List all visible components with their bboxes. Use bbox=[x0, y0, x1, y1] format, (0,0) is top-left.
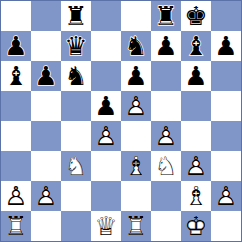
white-knight: ♞ bbox=[61, 151, 91, 181]
white-knight-outline: ♘ bbox=[151, 151, 181, 181]
black-bishop-halo: ♝ bbox=[181, 31, 211, 61]
black-rook-halo: ♜ bbox=[151, 1, 181, 31]
black-knight-halo: ♞ bbox=[121, 31, 151, 61]
square-f3[interactable]: ♞♘ bbox=[151, 151, 181, 181]
square-e6[interactable]: ♟♟ bbox=[121, 61, 151, 91]
chess-board: ♜♜♜♜♚♚♟♟♛♛♞♞♟♟♝♝♟♟♝♝♟♟♞♞♟♟♟♟♟♟♟♙♟♙♟♙♞♘♝♗… bbox=[0, 0, 242, 242]
square-e2[interactable] bbox=[121, 181, 151, 211]
black-pawn: ♟ bbox=[211, 31, 241, 61]
square-d6[interactable] bbox=[91, 61, 121, 91]
square-e3[interactable]: ♝♗ bbox=[121, 151, 151, 181]
white-pawn: ♟ bbox=[211, 181, 241, 211]
square-d3[interactable] bbox=[91, 151, 121, 181]
square-g6[interactable]: ♟♟ bbox=[181, 61, 211, 91]
square-c1[interactable] bbox=[61, 211, 91, 241]
white-pawn-outline: ♙ bbox=[181, 151, 211, 181]
square-h1[interactable] bbox=[211, 211, 241, 241]
black-pawn-halo: ♟ bbox=[31, 61, 61, 91]
square-a2[interactable]: ♟♙ bbox=[1, 181, 31, 211]
square-c6[interactable]: ♞♞ bbox=[61, 61, 91, 91]
square-b4[interactable] bbox=[31, 121, 61, 151]
square-g4[interactable] bbox=[181, 121, 211, 151]
black-knight-halo: ♞ bbox=[61, 61, 91, 91]
black-rook: ♜ bbox=[61, 1, 91, 31]
white-bishop: ♝ bbox=[181, 181, 211, 211]
square-d7[interactable] bbox=[91, 31, 121, 61]
white-pawn: ♟ bbox=[151, 121, 181, 151]
square-g8[interactable]: ♚♚ bbox=[181, 1, 211, 31]
white-rook-outline: ♖ bbox=[121, 211, 151, 241]
square-b5[interactable] bbox=[31, 91, 61, 121]
square-a7[interactable]: ♟♟ bbox=[1, 31, 31, 61]
white-pawn-outline: ♙ bbox=[31, 181, 61, 211]
square-c8[interactable]: ♜♜ bbox=[61, 1, 91, 31]
black-pawn-halo: ♟ bbox=[211, 31, 241, 61]
white-queen-outline: ♕ bbox=[91, 211, 121, 241]
white-pawn: ♟ bbox=[1, 181, 31, 211]
square-b6[interactable]: ♟♟ bbox=[31, 61, 61, 91]
square-e4[interactable] bbox=[121, 121, 151, 151]
black-king-halo: ♚ bbox=[181, 1, 211, 31]
square-g2[interactable]: ♝♗ bbox=[181, 181, 211, 211]
white-pawn-outline: ♙ bbox=[91, 121, 121, 151]
black-bishop: ♝ bbox=[1, 61, 31, 91]
square-d5[interactable]: ♟♟ bbox=[91, 91, 121, 121]
square-h7[interactable]: ♟♟ bbox=[211, 31, 241, 61]
square-a1[interactable]: ♜♖ bbox=[1, 211, 31, 241]
black-pawn-halo: ♟ bbox=[91, 91, 121, 121]
black-pawn: ♟ bbox=[121, 61, 151, 91]
black-queen: ♛ bbox=[61, 31, 91, 61]
square-c4[interactable] bbox=[61, 121, 91, 151]
square-g3[interactable]: ♟♙ bbox=[181, 151, 211, 181]
square-f2[interactable] bbox=[151, 181, 181, 211]
square-c2[interactable] bbox=[61, 181, 91, 211]
square-f6[interactable] bbox=[151, 61, 181, 91]
square-f7[interactable]: ♟♟ bbox=[151, 31, 181, 61]
square-g5[interactable] bbox=[181, 91, 211, 121]
square-h5[interactable] bbox=[211, 91, 241, 121]
black-bishop-halo: ♝ bbox=[1, 61, 31, 91]
white-bishop-outline: ♗ bbox=[121, 151, 151, 181]
white-pawn: ♟ bbox=[181, 151, 211, 181]
square-h3[interactable] bbox=[211, 151, 241, 181]
white-king-outline: ♔ bbox=[181, 211, 211, 241]
square-a3[interactable] bbox=[1, 151, 31, 181]
square-b7[interactable] bbox=[31, 31, 61, 61]
square-h6[interactable] bbox=[211, 61, 241, 91]
square-f1[interactable] bbox=[151, 211, 181, 241]
black-knight: ♞ bbox=[121, 31, 151, 61]
square-b3[interactable] bbox=[31, 151, 61, 181]
black-king: ♚ bbox=[181, 1, 211, 31]
square-d2[interactable] bbox=[91, 181, 121, 211]
white-pawn: ♟ bbox=[91, 121, 121, 151]
black-pawn: ♟ bbox=[91, 91, 121, 121]
white-pawn: ♟ bbox=[31, 181, 61, 211]
black-rook-halo: ♜ bbox=[61, 1, 91, 31]
square-e5[interactable]: ♟♙ bbox=[121, 91, 151, 121]
white-queen: ♛ bbox=[91, 211, 121, 241]
square-f8[interactable]: ♜♜ bbox=[151, 1, 181, 31]
square-c7[interactable]: ♛♛ bbox=[61, 31, 91, 61]
white-rook: ♜ bbox=[1, 211, 31, 241]
black-pawn: ♟ bbox=[31, 61, 61, 91]
square-a5[interactable] bbox=[1, 91, 31, 121]
black-queen-halo: ♛ bbox=[61, 31, 91, 61]
square-b1[interactable] bbox=[31, 211, 61, 241]
white-pawn-outline: ♙ bbox=[121, 91, 151, 121]
black-pawn-halo: ♟ bbox=[181, 61, 211, 91]
black-pawn: ♟ bbox=[151, 31, 181, 61]
black-pawn-halo: ♟ bbox=[121, 61, 151, 91]
white-king: ♚ bbox=[181, 211, 211, 241]
black-knight: ♞ bbox=[61, 61, 91, 91]
square-b8[interactable] bbox=[31, 1, 61, 31]
square-d4[interactable]: ♟♙ bbox=[91, 121, 121, 151]
white-knight-outline: ♘ bbox=[61, 151, 91, 181]
square-c5[interactable] bbox=[61, 91, 91, 121]
white-bishop: ♝ bbox=[121, 151, 151, 181]
square-e8[interactable] bbox=[121, 1, 151, 31]
square-c3[interactable]: ♞♘ bbox=[61, 151, 91, 181]
black-pawn: ♟ bbox=[1, 31, 31, 61]
square-a6[interactable]: ♝♝ bbox=[1, 61, 31, 91]
white-pawn-outline: ♙ bbox=[211, 181, 241, 211]
white-pawn-outline: ♙ bbox=[1, 181, 31, 211]
square-b2[interactable]: ♟♙ bbox=[31, 181, 61, 211]
square-e1[interactable]: ♜♖ bbox=[121, 211, 151, 241]
white-rook-outline: ♖ bbox=[1, 211, 31, 241]
square-a4[interactable] bbox=[1, 121, 31, 151]
square-h2[interactable]: ♟♙ bbox=[211, 181, 241, 211]
white-bishop-outline: ♗ bbox=[181, 181, 211, 211]
square-g1[interactable]: ♚♔ bbox=[181, 211, 211, 241]
square-h4[interactable] bbox=[211, 121, 241, 151]
square-e7[interactable]: ♞♞ bbox=[121, 31, 151, 61]
white-rook: ♜ bbox=[121, 211, 151, 241]
square-d1[interactable]: ♛♕ bbox=[91, 211, 121, 241]
white-pawn-outline: ♙ bbox=[151, 121, 181, 151]
square-f4[interactable]: ♟♙ bbox=[151, 121, 181, 151]
black-pawn: ♟ bbox=[181, 61, 211, 91]
square-a8[interactable] bbox=[1, 1, 31, 31]
square-h8[interactable] bbox=[211, 1, 241, 31]
white-pawn: ♟ bbox=[121, 91, 151, 121]
black-pawn-halo: ♟ bbox=[151, 31, 181, 61]
square-f5[interactable] bbox=[151, 91, 181, 121]
square-g7[interactable]: ♝♝ bbox=[181, 31, 211, 61]
square-d8[interactable] bbox=[91, 1, 121, 31]
black-bishop: ♝ bbox=[181, 31, 211, 61]
black-rook: ♜ bbox=[151, 1, 181, 31]
white-knight: ♞ bbox=[151, 151, 181, 181]
black-pawn-halo: ♟ bbox=[1, 31, 31, 61]
